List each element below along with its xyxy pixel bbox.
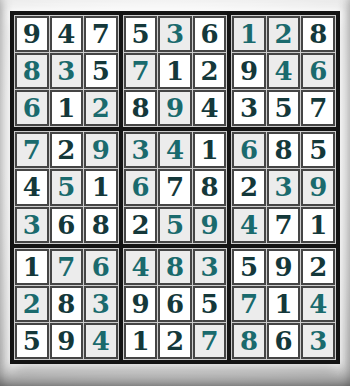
sudoku-board: 9478356125367128941289463577294513683416…	[10, 11, 340, 364]
cell-r4c9[interactable]: 5	[301, 132, 335, 168]
cell-r5c5[interactable]: 7	[158, 169, 192, 205]
cell-r8c2[interactable]: 8	[50, 286, 84, 322]
cell-r1c5[interactable]: 3	[158, 16, 192, 52]
sudoku-box-2: 536712894	[122, 14, 229, 128]
sudoku-box-7: 176283594	[13, 247, 120, 361]
cell-r9c4[interactable]: 1	[124, 323, 158, 359]
cell-r8c6[interactable]: 5	[193, 286, 227, 322]
cell-r7c7[interactable]: 5	[232, 249, 266, 285]
cell-r2c9[interactable]: 6	[301, 53, 335, 89]
cell-r6c9[interactable]: 1	[301, 207, 335, 243]
cell-r9c1[interactable]: 5	[15, 323, 49, 359]
cell-r1c7[interactable]: 1	[232, 16, 266, 52]
cell-r8c5[interactable]: 6	[158, 286, 192, 322]
cell-r2c4[interactable]: 7	[124, 53, 158, 89]
cell-r9c9[interactable]: 3	[301, 323, 335, 359]
cell-r7c8[interactable]: 9	[267, 249, 301, 285]
cell-r3c8[interactable]: 5	[267, 90, 301, 126]
cell-r9c7[interactable]: 8	[232, 323, 266, 359]
cell-r6c2[interactable]: 6	[50, 207, 84, 243]
sudoku-page: 9478356125367128941289463577294513683416…	[0, 0, 350, 386]
cell-r9c8[interactable]: 6	[267, 323, 301, 359]
cell-r5c7[interactable]: 2	[232, 169, 266, 205]
cell-r9c3[interactable]: 4	[84, 323, 118, 359]
cell-r6c6[interactable]: 9	[193, 207, 227, 243]
cell-r8c1[interactable]: 2	[15, 286, 49, 322]
cell-r1c4[interactable]: 5	[124, 16, 158, 52]
cell-r4c6[interactable]: 1	[193, 132, 227, 168]
cell-r8c7[interactable]: 7	[232, 286, 266, 322]
cell-r4c5[interactable]: 4	[158, 132, 192, 168]
sudoku-box-5: 341678259	[122, 130, 229, 244]
cell-r3c7[interactable]: 3	[232, 90, 266, 126]
sudoku-box-3: 128946357	[230, 14, 337, 128]
cell-r4c1[interactable]: 7	[15, 132, 49, 168]
cell-r7c4[interactable]: 4	[124, 249, 158, 285]
cell-r6c7[interactable]: 4	[232, 207, 266, 243]
cell-r2c2[interactable]: 3	[50, 53, 84, 89]
cell-r8c3[interactable]: 3	[84, 286, 118, 322]
cell-r3c2[interactable]: 1	[50, 90, 84, 126]
cell-r5c6[interactable]: 8	[193, 169, 227, 205]
cell-r1c2[interactable]: 4	[50, 16, 84, 52]
cell-r6c3[interactable]: 8	[84, 207, 118, 243]
cell-r6c8[interactable]: 7	[267, 207, 301, 243]
cell-r8c4[interactable]: 9	[124, 286, 158, 322]
sudoku-box-8: 483965127	[122, 247, 229, 361]
cell-r5c3[interactable]: 1	[84, 169, 118, 205]
sudoku-box-1: 947835612	[13, 14, 120, 128]
cell-r6c5[interactable]: 5	[158, 207, 192, 243]
cell-r4c4[interactable]: 3	[124, 132, 158, 168]
cell-r1c9[interactable]: 8	[301, 16, 335, 52]
cell-r8c8[interactable]: 1	[267, 286, 301, 322]
cell-r3c9[interactable]: 7	[301, 90, 335, 126]
cell-r1c1[interactable]: 9	[15, 16, 49, 52]
cell-r3c4[interactable]: 8	[124, 90, 158, 126]
cell-r2c5[interactable]: 1	[158, 53, 192, 89]
cell-r2c8[interactable]: 4	[267, 53, 301, 89]
cell-r8c9[interactable]: 4	[301, 286, 335, 322]
cell-r7c6[interactable]: 3	[193, 249, 227, 285]
cell-r3c3[interactable]: 2	[84, 90, 118, 126]
cell-r1c8[interactable]: 2	[267, 16, 301, 52]
cell-r7c1[interactable]: 1	[15, 249, 49, 285]
cell-r4c2[interactable]: 2	[50, 132, 84, 168]
cell-r2c3[interactable]: 5	[84, 53, 118, 89]
cell-r4c3[interactable]: 9	[84, 132, 118, 168]
cell-r2c1[interactable]: 8	[15, 53, 49, 89]
cell-r5c9[interactable]: 9	[301, 169, 335, 205]
cell-r6c4[interactable]: 2	[124, 207, 158, 243]
cell-r9c5[interactable]: 2	[158, 323, 192, 359]
cell-r7c3[interactable]: 6	[84, 249, 118, 285]
cell-r1c3[interactable]: 7	[84, 16, 118, 52]
cell-r7c2[interactable]: 7	[50, 249, 84, 285]
sudoku-box-6: 685239471	[230, 130, 337, 244]
cell-r9c6[interactable]: 7	[193, 323, 227, 359]
cell-r3c6[interactable]: 4	[193, 90, 227, 126]
cell-r4c8[interactable]: 8	[267, 132, 301, 168]
cell-r2c6[interactable]: 2	[193, 53, 227, 89]
cell-r5c2[interactable]: 5	[50, 169, 84, 205]
cell-r5c8[interactable]: 3	[267, 169, 301, 205]
cell-r4c7[interactable]: 6	[232, 132, 266, 168]
sudoku-box-4: 729451368	[13, 130, 120, 244]
cell-r6c1[interactable]: 3	[15, 207, 49, 243]
sudoku-box-9: 592714863	[230, 247, 337, 361]
cell-r9c2[interactable]: 9	[50, 323, 84, 359]
cell-r7c9[interactable]: 2	[301, 249, 335, 285]
cell-r3c1[interactable]: 6	[15, 90, 49, 126]
cell-r5c1[interactable]: 4	[15, 169, 49, 205]
cell-r5c4[interactable]: 6	[124, 169, 158, 205]
cell-r7c5[interactable]: 8	[158, 249, 192, 285]
cell-r1c6[interactable]: 6	[193, 16, 227, 52]
cell-r2c7[interactable]: 9	[232, 53, 266, 89]
cell-r3c5[interactable]: 9	[158, 90, 192, 126]
